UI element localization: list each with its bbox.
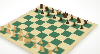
perspective-scene: ♜♞♝♛♚♝♞♜♟♟♟♟♟♟♟♟♟♟♟♟♟♟♟♟♜♞♝♛♚♝♞♜: [0, 0, 100, 54]
black-pawn-piece: ♟: [77, 25, 86, 31]
chess-set-product-photo: ♜♞♝♛♚♝♞♜♟♟♟♟♟♟♟♟♟♟♟♟♟♟♟♟♜♞♝♛♚♝♞♜: [0, 0, 100, 54]
vinyl-roll-up-chess-board: ♜♞♝♛♚♝♞♜♟♟♟♟♟♟♟♟♟♟♟♟♟♟♟♟♜♞♝♛♚♝♞♜: [0, 5, 98, 54]
white-rook-piece: ♜: [45, 49, 55, 54]
chess-board-grid: ♜♞♝♛♚♝♞♜♟♟♟♟♟♟♟♟♟♟♟♟♟♟♟♟♜♞♝♛♚♝♞♜: [0, 7, 93, 54]
